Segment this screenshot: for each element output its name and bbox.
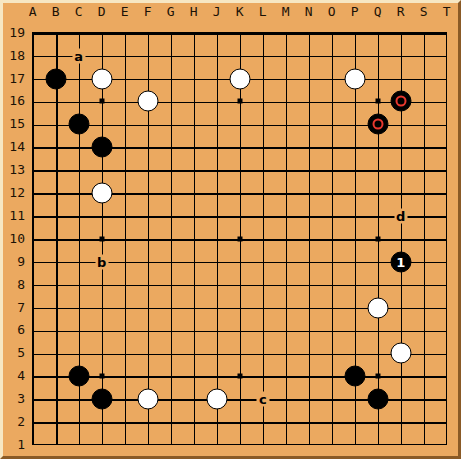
point-label-b: b xyxy=(95,254,108,269)
white-stone-d12 xyxy=(91,183,112,204)
column-label-j: J xyxy=(213,4,221,20)
column-label-q: Q xyxy=(374,4,382,20)
row-label-15: 15 xyxy=(3,116,25,132)
point-label-c: c xyxy=(256,392,269,407)
row-label-7: 7 xyxy=(3,300,25,316)
column-label-d: D xyxy=(98,4,106,20)
row-label-2: 2 xyxy=(3,414,25,430)
row-label-5: 5 xyxy=(3,345,25,361)
row-label-6: 6 xyxy=(3,322,25,338)
column-label-l: L xyxy=(259,4,267,20)
row-label-14: 14 xyxy=(3,139,25,155)
column-label-o: O xyxy=(328,4,336,20)
row-label-13: 13 xyxy=(3,162,25,178)
move-number: 1 xyxy=(396,255,405,268)
point-label-d: d xyxy=(394,208,407,223)
white-stone-p17 xyxy=(344,68,365,89)
column-label-h: H xyxy=(190,4,198,20)
star-point-q4 xyxy=(375,374,380,379)
star-point-d10 xyxy=(99,236,104,241)
row-label-8: 8 xyxy=(3,277,25,293)
circle-mark xyxy=(395,96,406,107)
white-stone-d17 xyxy=(91,68,112,89)
column-label-s: S xyxy=(420,4,428,20)
star-point-d4 xyxy=(99,374,104,379)
row-label-16: 16 xyxy=(3,93,25,109)
black-stone-c15 xyxy=(68,114,89,135)
row-label-3: 3 xyxy=(3,391,25,407)
row-label-10: 10 xyxy=(3,231,25,247)
row-label-9: 9 xyxy=(3,254,25,270)
white-stone-f16 xyxy=(137,91,158,112)
column-label-a: A xyxy=(29,4,37,20)
black-stone-r9: 1 xyxy=(390,251,411,272)
white-stone-j3 xyxy=(206,389,227,410)
black-stone-d14 xyxy=(91,137,112,158)
star-point-d16 xyxy=(99,99,104,104)
star-point-q10 xyxy=(375,236,380,241)
black-stone-c4 xyxy=(68,366,89,387)
column-label-f: F xyxy=(144,4,152,20)
row-label-11: 11 xyxy=(3,208,25,224)
circle-mark xyxy=(372,119,383,130)
row-label-17: 17 xyxy=(3,71,25,87)
column-label-t: T xyxy=(443,4,451,20)
star-point-k4 xyxy=(237,374,242,379)
column-label-p: P xyxy=(351,4,359,20)
column-label-m: M xyxy=(282,4,290,20)
row-label-4: 4 xyxy=(3,368,25,384)
column-label-k: K xyxy=(236,4,244,20)
go-board: ABCDEFGHJKLMNOPQRST191817161514131211109… xyxy=(0,0,461,459)
black-stone-d3 xyxy=(91,389,112,410)
star-point-k10 xyxy=(237,236,242,241)
column-label-r: R xyxy=(397,4,405,20)
row-label-12: 12 xyxy=(3,185,25,201)
row-label-1: 1 xyxy=(3,437,25,453)
black-stone-p4 xyxy=(344,366,365,387)
column-label-e: E xyxy=(121,4,129,20)
black-stone-q3 xyxy=(367,389,388,410)
star-point-q16 xyxy=(375,99,380,104)
column-label-g: G xyxy=(167,4,175,20)
white-stone-k17 xyxy=(229,68,250,89)
white-stone-q7 xyxy=(367,297,388,318)
column-label-b: B xyxy=(52,4,60,20)
row-label-18: 18 xyxy=(3,48,25,64)
black-stone-r16 xyxy=(390,91,411,112)
white-stone-r5 xyxy=(390,343,411,364)
column-label-c: C xyxy=(75,4,83,20)
star-point-k16 xyxy=(237,99,242,104)
point-label-a: a xyxy=(72,48,85,63)
column-label-n: N xyxy=(305,4,313,20)
row-label-19: 19 xyxy=(3,25,25,41)
black-stone-q15 xyxy=(367,114,388,135)
white-stone-f3 xyxy=(137,389,158,410)
black-stone-b17 xyxy=(45,68,66,89)
